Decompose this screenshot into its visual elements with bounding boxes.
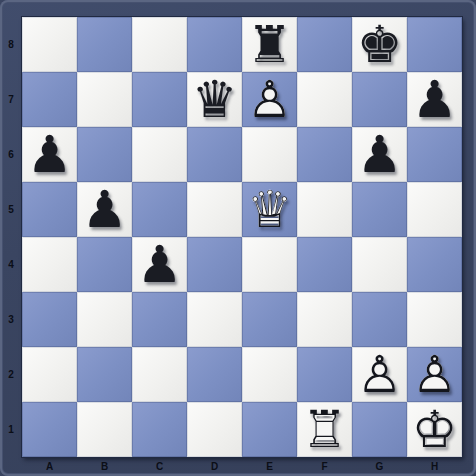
square-a5[interactable] [22,182,77,237]
square-f1[interactable]: ♜♖ [297,402,352,457]
rank-label-8: 8 [0,17,22,72]
rank-label-1: 1 [0,402,22,457]
black-pawn-icon: ♟ [132,237,187,292]
white-king-outline-icon: ♔ [407,402,462,457]
square-a3[interactable] [22,292,77,347]
square-g1[interactable] [352,402,407,457]
square-h2[interactable]: ♟♙ [407,347,462,402]
square-a8[interactable] [22,17,77,72]
black-pawn-icon: ♟ [22,127,77,182]
square-h5[interactable] [407,182,462,237]
file-label-e: E [242,457,297,476]
rank-label-3: 3 [0,292,22,347]
square-a4[interactable] [22,237,77,292]
piece-black-queen-d7[interactable]: ♛ [187,72,242,127]
file-label-a: A [22,457,77,476]
square-a2[interactable] [22,347,77,402]
rank-label-4: 4 [0,237,22,292]
square-a7[interactable] [22,72,77,127]
square-c2[interactable] [132,347,187,402]
square-g8[interactable]: ♚ [352,17,407,72]
square-d5[interactable] [187,182,242,237]
piece-black-pawn-c4[interactable]: ♟ [132,237,187,292]
file-label-b: B [77,457,132,476]
piece-white-pawn-g2[interactable]: ♟♙ [352,347,407,402]
square-e4[interactable] [242,237,297,292]
white-rook-outline-icon: ♖ [297,402,352,457]
square-a1[interactable] [22,402,77,457]
square-f7[interactable] [297,72,352,127]
chess-board: ♜♚♛♟♙♟♟♟♟♛♕♟♟♙♟♙♜♖♚♔ [22,17,462,457]
square-c8[interactable] [132,17,187,72]
piece-black-king-g8[interactable]: ♚ [352,17,407,72]
rank-label-6: 6 [0,127,22,182]
square-d1[interactable] [187,402,242,457]
file-label-f: F [297,457,352,476]
square-f2[interactable] [297,347,352,402]
file-label-c: C [132,457,187,476]
square-b4[interactable] [77,237,132,292]
black-pawn-icon: ♟ [407,72,462,127]
square-e2[interactable] [242,347,297,402]
piece-white-pawn-e7[interactable]: ♟♙ [242,72,297,127]
square-h6[interactable] [407,127,462,182]
square-h1[interactable]: ♚♔ [407,402,462,457]
piece-black-pawn-a6[interactable]: ♟ [22,127,77,182]
square-b3[interactable] [77,292,132,347]
black-pawn-icon: ♟ [352,127,407,182]
piece-black-rook-e8[interactable]: ♜ [242,17,297,72]
piece-white-king-h1[interactable]: ♚♔ [407,402,462,457]
rank-labels: 87654321 [0,17,22,457]
square-h4[interactable] [407,237,462,292]
piece-white-queen-e5[interactable]: ♛♕ [242,182,297,237]
square-e3[interactable] [242,292,297,347]
square-c4[interactable]: ♟ [132,237,187,292]
square-b6[interactable] [77,127,132,182]
square-f4[interactable] [297,237,352,292]
piece-black-pawn-g6[interactable]: ♟ [352,127,407,182]
square-d8[interactable] [187,17,242,72]
black-pawn-icon: ♟ [77,182,132,237]
square-c5[interactable] [132,182,187,237]
square-g3[interactable] [352,292,407,347]
square-d7[interactable]: ♛ [187,72,242,127]
file-label-d: D [187,457,242,476]
square-f3[interactable] [297,292,352,347]
rank-label-5: 5 [0,182,22,237]
square-b2[interactable] [77,347,132,402]
white-pawn-outline-icon: ♙ [407,347,462,402]
square-a6[interactable]: ♟ [22,127,77,182]
piece-white-pawn-h2[interactable]: ♟♙ [407,347,462,402]
square-c3[interactable] [132,292,187,347]
square-g6[interactable]: ♟ [352,127,407,182]
square-c6[interactable] [132,127,187,182]
square-g5[interactable] [352,182,407,237]
black-queen-icon: ♛ [187,72,242,127]
square-b8[interactable] [77,17,132,72]
square-g4[interactable] [352,237,407,292]
square-f5[interactable] [297,182,352,237]
square-e5[interactable]: ♛♕ [242,182,297,237]
square-e6[interactable] [242,127,297,182]
square-h3[interactable] [407,292,462,347]
square-d2[interactable] [187,347,242,402]
white-pawn-outline-icon: ♙ [352,347,407,402]
square-d4[interactable] [187,237,242,292]
piece-white-rook-f1[interactable]: ♜♖ [297,402,352,457]
square-e1[interactable] [242,402,297,457]
square-e8[interactable]: ♜ [242,17,297,72]
file-label-g: G [352,457,407,476]
chess-diagram: 87654321 ♜♚♛♟♙♟♟♟♟♛♕♟♟♙♟♙♜♖♚♔ ABCDEFGH [0,0,476,476]
square-c7[interactable] [132,72,187,127]
square-d6[interactable] [187,127,242,182]
square-e7[interactable]: ♟♙ [242,72,297,127]
square-g7[interactable] [352,72,407,127]
rank-label-7: 7 [0,72,22,127]
square-d3[interactable] [187,292,242,347]
file-labels: ABCDEFGH [22,457,462,476]
black-king-icon: ♚ [352,17,407,72]
square-b5[interactable]: ♟ [77,182,132,237]
square-b1[interactable] [77,402,132,457]
square-f6[interactable] [297,127,352,182]
square-c1[interactable] [132,402,187,457]
file-label-h: H [407,457,462,476]
black-rook-icon: ♜ [242,17,297,72]
square-b7[interactable] [77,72,132,127]
piece-black-pawn-h7[interactable]: ♟ [407,72,462,127]
square-h7[interactable]: ♟ [407,72,462,127]
square-g2[interactable]: ♟♙ [352,347,407,402]
square-f8[interactable] [297,17,352,72]
rank-label-2: 2 [0,347,22,402]
square-h8[interactable] [407,17,462,72]
white-queen-outline-icon: ♕ [242,182,297,237]
white-pawn-outline-icon: ♙ [242,72,297,127]
piece-black-pawn-b5[interactable]: ♟ [77,182,132,237]
